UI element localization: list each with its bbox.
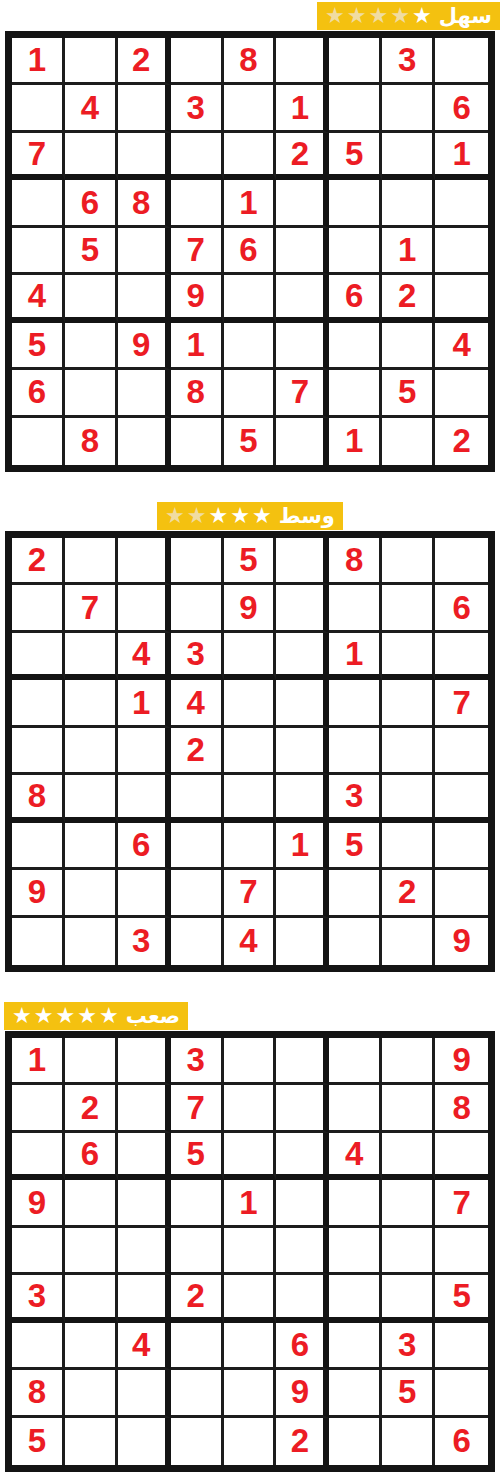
- sudoku-cell-hard-r2c3[interactable]: [118, 1085, 171, 1132]
- sudoku-cell-hard-r6c8[interactable]: [382, 1275, 435, 1322]
- sudoku-cell-hard-r9c4[interactable]: [171, 1418, 224, 1465]
- sudoku-cell-easy-r6c7[interactable]: 6: [329, 275, 382, 322]
- sudoku-cell-hard-r5c1[interactable]: [12, 1228, 65, 1275]
- sudoku-cell-hard-r6c5[interactable]: [224, 1275, 277, 1322]
- puzzle-easy: سهل ★★★★★ 128343167251681576149625914687…: [0, 2, 500, 472]
- sudoku-cell-medium-r2c5[interactable]: 9: [224, 585, 277, 632]
- sudoku-cell-hard-r3c2[interactable]: 6: [65, 1133, 118, 1180]
- sudoku-cell-easy-r8c4[interactable]: 8: [171, 370, 224, 417]
- sudoku-cell-hard-r9c8[interactable]: [382, 1418, 435, 1465]
- sudoku-cell-medium-r6c9[interactable]: [435, 775, 488, 822]
- star-empty-icon: ★: [325, 5, 345, 27]
- sudoku-cell-medium-r2c9[interactable]: 6: [435, 585, 488, 632]
- sudoku-cell-hard-r2c6[interactable]: [276, 1085, 329, 1132]
- sudoku-cell-easy-r9c6[interactable]: [276, 418, 329, 465]
- star-rating-easy: ★★★★★: [325, 5, 432, 27]
- sudoku-cell-medium-r2c3[interactable]: [118, 585, 171, 632]
- star-filled-icon: ★: [34, 1005, 54, 1027]
- sudoku-cell-medium-r1c5[interactable]: 5: [224, 538, 277, 585]
- sudoku-cell-hard-r1c4[interactable]: 3: [171, 1038, 224, 1085]
- sudoku-cell-easy-r1c5[interactable]: 8: [224, 38, 277, 85]
- sudoku-cell-easy-r1c9[interactable]: [435, 38, 488, 85]
- sudoku-cell-hard-r8c5[interactable]: [224, 1370, 277, 1417]
- sudoku-cell-easy-r5c6[interactable]: [276, 228, 329, 275]
- sudoku-cell-easy-r2c1[interactable]: [12, 85, 65, 132]
- sudoku-cell-easy-r7c2[interactable]: [65, 323, 118, 370]
- sudoku-sheet: سهل ★★★★★ 128343167251681576149625914687…: [0, 0, 500, 1472]
- sudoku-cell-easy-r6c9[interactable]: [435, 275, 488, 322]
- sudoku-cell-easy-r7c3[interactable]: 9: [118, 323, 171, 370]
- sudoku-cell-medium-r8c2[interactable]: [65, 870, 118, 917]
- sudoku-cell-medium-r6c3[interactable]: [118, 775, 171, 822]
- sudoku-cell-hard-r8c6[interactable]: 9: [276, 1370, 329, 1417]
- sudoku-cell-medium-r7c4[interactable]: [171, 823, 224, 870]
- sudoku-cell-easy-r2c3[interactable]: [118, 85, 171, 132]
- sudoku-cell-medium-r7c5[interactable]: [224, 823, 277, 870]
- sudoku-cell-hard-r1c9[interactable]: 9: [435, 1038, 488, 1085]
- sudoku-cell-medium-r5c1[interactable]: [12, 728, 65, 775]
- sudoku-cell-hard-r7c3[interactable]: 4: [118, 1323, 171, 1370]
- star-filled-icon: ★: [99, 1005, 119, 1027]
- sudoku-cell-easy-r8c9[interactable]: [435, 370, 488, 417]
- sudoku-cell-hard-r4c1[interactable]: 9: [12, 1180, 65, 1227]
- sudoku-cell-easy-r6c2[interactable]: [65, 275, 118, 322]
- sudoku-cell-easy-r1c2[interactable]: [65, 38, 118, 85]
- sudoku-cell-medium-r3c9[interactable]: [435, 633, 488, 680]
- sudoku-cell-medium-r7c2[interactable]: [65, 823, 118, 870]
- sudoku-cell-easy-r7c7[interactable]: [329, 323, 382, 370]
- sudoku-cell-hard-r4c6[interactable]: [276, 1180, 329, 1227]
- star-empty-icon: ★: [347, 5, 367, 27]
- sudoku-cell-easy-r6c4[interactable]: 9: [171, 275, 224, 322]
- sudoku-cell-easy-r6c1[interactable]: 4: [12, 275, 65, 322]
- difficulty-label-hard: صعب: [126, 1006, 180, 1027]
- sudoku-cell-medium-r5c4[interactable]: 2: [171, 728, 224, 775]
- sudoku-cell-easy-r2c6[interactable]: 1: [276, 85, 329, 132]
- sudoku-cell-hard-r4c5[interactable]: 1: [224, 1180, 277, 1227]
- sudoku-cell-hard-r3c3[interactable]: [118, 1133, 171, 1180]
- sudoku-cell-medium-r3c8[interactable]: [382, 633, 435, 680]
- sudoku-cell-easy-r3c3[interactable]: [118, 133, 171, 180]
- sudoku-cell-easy-r8c2[interactable]: [65, 370, 118, 417]
- sudoku-cell-easy-r3c2[interactable]: [65, 133, 118, 180]
- sudoku-cell-medium-r3c2[interactable]: [65, 633, 118, 680]
- sudoku-cell-hard-r7c4[interactable]: [171, 1323, 224, 1370]
- sudoku-cell-hard-r2c9[interactable]: 8: [435, 1085, 488, 1132]
- sudoku-cell-medium-r2c1[interactable]: [12, 585, 65, 632]
- sudoku-cell-hard-r1c5[interactable]: [224, 1038, 277, 1085]
- banner-row-easy: سهل ★★★★★: [0, 2, 500, 30]
- sudoku-cell-medium-r4c7[interactable]: [329, 680, 382, 727]
- sudoku-cell-easy-r8c1[interactable]: 6: [12, 370, 65, 417]
- sudoku-cell-hard-r3c7[interactable]: 4: [329, 1133, 382, 1180]
- sudoku-cell-easy-r9c3[interactable]: [118, 418, 171, 465]
- sudoku-cell-hard-r5c2[interactable]: [65, 1228, 118, 1275]
- sudoku-cell-easy-r7c1[interactable]: 5: [12, 323, 65, 370]
- sudoku-cell-hard-r3c4[interactable]: 5: [171, 1133, 224, 1180]
- sudoku-cell-hard-r5c7[interactable]: [329, 1228, 382, 1275]
- sudoku-cell-easy-r1c3[interactable]: 2: [118, 38, 171, 85]
- sudoku-cell-hard-r5c6[interactable]: [276, 1228, 329, 1275]
- sudoku-cell-easy-r4c3[interactable]: 8: [118, 180, 171, 227]
- sudoku-cell-hard-r7c1[interactable]: [12, 1323, 65, 1370]
- sudoku-cell-easy-r2c2[interactable]: 4: [65, 85, 118, 132]
- sudoku-cell-hard-r7c6[interactable]: 6: [276, 1323, 329, 1370]
- puzzle-hard: صعب ★★★★★ 139278654917325463895526: [0, 1002, 500, 1472]
- sudoku-cell-easy-r1c7[interactable]: [329, 38, 382, 85]
- sudoku-cell-medium-r9c9[interactable]: 9: [435, 918, 488, 965]
- sudoku-cell-hard-r8c9[interactable]: [435, 1370, 488, 1417]
- sudoku-cell-hard-r2c1[interactable]: [12, 1085, 65, 1132]
- sudoku-cell-hard-r3c6[interactable]: [276, 1133, 329, 1180]
- star-empty-icon: ★: [390, 5, 410, 27]
- difficulty-label-medium: وسط: [279, 506, 335, 527]
- sudoku-cell-hard-r4c4[interactable]: [171, 1180, 224, 1227]
- sudoku-cell-easy-r9c7[interactable]: 1: [329, 418, 382, 465]
- sudoku-cell-medium-r2c7[interactable]: [329, 585, 382, 632]
- sudoku-cell-hard-r9c6[interactable]: 2: [276, 1418, 329, 1465]
- sudoku-cell-hard-r4c7[interactable]: [329, 1180, 382, 1227]
- sudoku-cell-medium-r4c1[interactable]: [12, 680, 65, 727]
- sudoku-cell-hard-r6c2[interactable]: [65, 1275, 118, 1322]
- sudoku-cell-hard-r1c2[interactable]: [65, 1038, 118, 1085]
- sudoku-cell-medium-r7c8[interactable]: [382, 823, 435, 870]
- star-empty-icon: ★: [187, 505, 207, 527]
- banner-row-hard: صعب ★★★★★: [0, 1002, 500, 1030]
- sudoku-cell-hard-r5c3[interactable]: [118, 1228, 171, 1275]
- sudoku-cell-easy-r7c8[interactable]: [382, 323, 435, 370]
- sudoku-cell-easy-r3c9[interactable]: 1: [435, 133, 488, 180]
- sudoku-cell-hard-r6c6[interactable]: [276, 1275, 329, 1322]
- sudoku-cell-easy-r4c5[interactable]: 1: [224, 180, 277, 227]
- sudoku-cell-medium-r3c3[interactable]: 4: [118, 633, 171, 680]
- sudoku-cell-medium-r8c9[interactable]: [435, 870, 488, 917]
- sudoku-cell-easy-r4c7[interactable]: [329, 180, 382, 227]
- sudoku-cell-medium-r7c3[interactable]: 6: [118, 823, 171, 870]
- difficulty-label-easy: سهل: [439, 6, 492, 27]
- sudoku-cell-easy-r5c1[interactable]: [12, 228, 65, 275]
- sudoku-cell-hard-r5c5[interactable]: [224, 1228, 277, 1275]
- sudoku-cell-hard-r7c5[interactable]: [224, 1323, 277, 1370]
- sudoku-cell-easy-r9c8[interactable]: [382, 418, 435, 465]
- sudoku-cell-medium-r1c1[interactable]: 2: [12, 538, 65, 585]
- puzzle-medium: وسط ★★★★★ 258796431147283615972349: [0, 502, 500, 972]
- sudoku-cell-medium-r4c3[interactable]: 1: [118, 680, 171, 727]
- sudoku-cell-easy-r3c7[interactable]: 5: [329, 133, 382, 180]
- sudoku-cell-medium-r8c7[interactable]: [329, 870, 382, 917]
- sudoku-cell-easy-r6c3[interactable]: [118, 275, 171, 322]
- sudoku-cell-easy-r3c8[interactable]: [382, 133, 435, 180]
- star-empty-icon: ★: [369, 5, 389, 27]
- sudoku-cell-medium-r3c1[interactable]: [12, 633, 65, 680]
- sudoku-cell-hard-r5c8[interactable]: [382, 1228, 435, 1275]
- sudoku-cell-easy-r9c2[interactable]: 8: [65, 418, 118, 465]
- sudoku-cell-easy-r9c1[interactable]: [12, 418, 65, 465]
- sudoku-cell-hard-r6c7[interactable]: [329, 1275, 382, 1322]
- sudoku-cell-easy-r9c5[interactable]: 5: [224, 418, 277, 465]
- sudoku-cell-hard-r7c9[interactable]: [435, 1323, 488, 1370]
- sudoku-cell-medium-r5c5[interactable]: [224, 728, 277, 775]
- sudoku-cell-medium-r8c6[interactable]: [276, 870, 329, 917]
- sudoku-cell-hard-r8c2[interactable]: [65, 1370, 118, 1417]
- sudoku-cell-hard-r1c3[interactable]: [118, 1038, 171, 1085]
- sudoku-cell-hard-r4c2[interactable]: [65, 1180, 118, 1227]
- sudoku-cell-medium-r1c7[interactable]: 8: [329, 538, 382, 585]
- sudoku-cell-hard-r9c7[interactable]: [329, 1418, 382, 1465]
- sudoku-cell-easy-r8c3[interactable]: [118, 370, 171, 417]
- sudoku-cell-easy-r4c9[interactable]: [435, 180, 488, 227]
- sudoku-cell-medium-r6c5[interactable]: [224, 775, 277, 822]
- sudoku-cell-easy-r4c6[interactable]: [276, 180, 329, 227]
- sudoku-cell-hard-r5c9[interactable]: [435, 1228, 488, 1275]
- sudoku-cell-hard-r3c9[interactable]: [435, 1133, 488, 1180]
- sudoku-cell-medium-r4c6[interactable]: [276, 680, 329, 727]
- sudoku-cell-easy-r5c8[interactable]: 1: [382, 228, 435, 275]
- sudoku-cell-hard-r1c6[interactable]: [276, 1038, 329, 1085]
- sudoku-cell-medium-r3c7[interactable]: 1: [329, 633, 382, 680]
- sudoku-cell-medium-r6c8[interactable]: [382, 775, 435, 822]
- sudoku-cell-medium-r2c6[interactable]: [276, 585, 329, 632]
- sudoku-cell-easy-r5c4[interactable]: 7: [171, 228, 224, 275]
- sudoku-cell-medium-r8c4[interactable]: [171, 870, 224, 917]
- star-empty-icon: ★: [165, 505, 185, 527]
- sudoku-cell-medium-r1c4[interactable]: [171, 538, 224, 585]
- sudoku-cell-easy-r4c8[interactable]: [382, 180, 435, 227]
- sudoku-cell-medium-r8c1[interactable]: 9: [12, 870, 65, 917]
- sudoku-cell-hard-r7c2[interactable]: [65, 1323, 118, 1370]
- sudoku-cell-hard-r2c4[interactable]: 7: [171, 1085, 224, 1132]
- sudoku-cell-medium-r5c9[interactable]: [435, 728, 488, 775]
- sudoku-cell-hard-r8c1[interactable]: 8: [12, 1370, 65, 1417]
- sudoku-cell-easy-r4c4[interactable]: [171, 180, 224, 227]
- sudoku-cell-hard-r8c3[interactable]: [118, 1370, 171, 1417]
- star-rating-medium: ★★★★★: [165, 505, 272, 527]
- sudoku-cell-hard-r3c8[interactable]: [382, 1133, 435, 1180]
- sudoku-cell-medium-r1c9[interactable]: [435, 538, 488, 585]
- star-filled-icon: ★: [412, 5, 432, 27]
- sudoku-cell-easy-r2c9[interactable]: 6: [435, 85, 488, 132]
- sudoku-cell-easy-r5c5[interactable]: 6: [224, 228, 277, 275]
- sudoku-cell-easy-r5c3[interactable]: [118, 228, 171, 275]
- sudoku-cell-easy-r8c6[interactable]: 7: [276, 370, 329, 417]
- sudoku-cell-medium-r5c8[interactable]: [382, 728, 435, 775]
- sudoku-cell-easy-r4c1[interactable]: [12, 180, 65, 227]
- sudoku-cell-medium-r7c1[interactable]: [12, 823, 65, 870]
- sudoku-cell-hard-r2c5[interactable]: [224, 1085, 277, 1132]
- sudoku-cell-medium-r5c2[interactable]: [65, 728, 118, 775]
- sudoku-cell-hard-r2c2[interactable]: 2: [65, 1085, 118, 1132]
- difficulty-banner-medium: وسط ★★★★★: [157, 502, 343, 530]
- sudoku-cell-hard-r9c3[interactable]: [118, 1418, 171, 1465]
- sudoku-cell-hard-r8c7[interactable]: [329, 1370, 382, 1417]
- sudoku-cell-hard-r8c4[interactable]: [171, 1370, 224, 1417]
- sudoku-cell-medium-r9c1[interactable]: [12, 918, 65, 965]
- sudoku-grid-hard: 139278654917325463895526: [5, 1031, 495, 1472]
- star-filled-icon: ★: [55, 1005, 75, 1027]
- sudoku-cell-medium-r6c2[interactable]: [65, 775, 118, 822]
- sudoku-cell-medium-r9c3[interactable]: 3: [118, 918, 171, 965]
- sudoku-cell-easy-r3c1[interactable]: 7: [12, 133, 65, 180]
- difficulty-banner-easy: سهل ★★★★★: [317, 2, 500, 30]
- sudoku-cell-hard-r1c7[interactable]: [329, 1038, 382, 1085]
- sudoku-cell-hard-r9c1[interactable]: 5: [12, 1418, 65, 1465]
- sudoku-cell-medium-r7c9[interactable]: [435, 823, 488, 870]
- sudoku-cell-easy-r2c8[interactable]: [382, 85, 435, 132]
- sudoku-cell-medium-r3c6[interactable]: [276, 633, 329, 680]
- sudoku-cell-medium-r1c6[interactable]: [276, 538, 329, 585]
- sudoku-cell-hard-r2c8[interactable]: [382, 1085, 435, 1132]
- sudoku-cell-hard-r6c1[interactable]: 3: [12, 1275, 65, 1322]
- sudoku-cell-easy-r8c7[interactable]: [329, 370, 382, 417]
- sudoku-cell-hard-r2c7[interactable]: [329, 1085, 382, 1132]
- sudoku-cell-hard-r9c2[interactable]: [65, 1418, 118, 1465]
- sudoku-cell-medium-r9c6[interactable]: [276, 918, 329, 965]
- sudoku-cell-easy-r1c4[interactable]: [171, 38, 224, 85]
- sudoku-cell-hard-r9c9[interactable]: 6: [435, 1418, 488, 1465]
- sudoku-cell-easy-r1c6[interactable]: [276, 38, 329, 85]
- sudoku-cell-medium-r4c8[interactable]: [382, 680, 435, 727]
- sudoku-cell-easy-r1c8[interactable]: 3: [382, 38, 435, 85]
- sudoku-grid-medium: 258796431147283615972349: [5, 531, 495, 972]
- sudoku-cell-easy-r7c6[interactable]: [276, 323, 329, 370]
- sudoku-cell-hard-r7c8[interactable]: 3: [382, 1323, 435, 1370]
- sudoku-cell-easy-r9c9[interactable]: 2: [435, 418, 488, 465]
- sudoku-cell-easy-r8c5[interactable]: [224, 370, 277, 417]
- sudoku-cell-medium-r5c6[interactable]: [276, 728, 329, 775]
- sudoku-cell-medium-r9c4[interactable]: [171, 918, 224, 965]
- star-filled-icon: ★: [12, 1005, 32, 1027]
- sudoku-cell-easy-r3c5[interactable]: [224, 133, 277, 180]
- sudoku-cell-medium-r6c7[interactable]: 3: [329, 775, 382, 822]
- sudoku-cell-easy-r5c9[interactable]: [435, 228, 488, 275]
- sudoku-cell-easy-r3c4[interactable]: [171, 133, 224, 180]
- star-filled-icon: ★: [77, 1005, 97, 1027]
- star-filled-icon: ★: [252, 505, 272, 527]
- sudoku-cell-hard-r1c1[interactable]: 1: [12, 1038, 65, 1085]
- sudoku-cell-medium-r9c7[interactable]: [329, 918, 382, 965]
- star-filled-icon: ★: [209, 505, 229, 527]
- sudoku-cell-easy-r4c2[interactable]: 6: [65, 180, 118, 227]
- sudoku-cell-hard-r3c1[interactable]: [12, 1133, 65, 1180]
- sudoku-cell-medium-r8c3[interactable]: [118, 870, 171, 917]
- sudoku-cell-medium-r5c3[interactable]: [118, 728, 171, 775]
- sudoku-cell-easy-r9c4[interactable]: [171, 418, 224, 465]
- sudoku-cell-medium-r2c2[interactable]: 7: [65, 585, 118, 632]
- sudoku-cell-medium-r1c2[interactable]: [65, 538, 118, 585]
- sudoku-cell-medium-r9c8[interactable]: [382, 918, 435, 965]
- sudoku-cell-easy-r7c4[interactable]: 1: [171, 323, 224, 370]
- sudoku-cell-medium-r2c8[interactable]: [382, 585, 435, 632]
- sudoku-cell-medium-r8c8[interactable]: 2: [382, 870, 435, 917]
- sudoku-cell-easy-r2c5[interactable]: [224, 85, 277, 132]
- difficulty-banner-hard: صعب ★★★★★: [4, 1002, 188, 1030]
- sudoku-cell-medium-r1c3[interactable]: [118, 538, 171, 585]
- sudoku-cell-easy-r2c4[interactable]: 3: [171, 85, 224, 132]
- sudoku-cell-hard-r9c5[interactable]: [224, 1418, 277, 1465]
- sudoku-cell-easy-r3c6[interactable]: 2: [276, 133, 329, 180]
- sudoku-cell-medium-r7c6[interactable]: 1: [276, 823, 329, 870]
- sudoku-cell-easy-r2c7[interactable]: [329, 85, 382, 132]
- sudoku-cell-medium-r6c6[interactable]: [276, 775, 329, 822]
- sudoku-cell-medium-r4c9[interactable]: 7: [435, 680, 488, 727]
- sudoku-cell-easy-r6c8[interactable]: 2: [382, 275, 435, 322]
- sudoku-cell-hard-r4c9[interactable]: 7: [435, 1180, 488, 1227]
- sudoku-cell-medium-r4c2[interactable]: [65, 680, 118, 727]
- sudoku-cell-easy-r7c9[interactable]: 4: [435, 323, 488, 370]
- sudoku-cell-easy-r5c2[interactable]: 5: [65, 228, 118, 275]
- sudoku-cell-hard-r1c8[interactable]: [382, 1038, 435, 1085]
- star-rating-hard: ★★★★★: [12, 1005, 119, 1027]
- sudoku-cell-medium-r6c1[interactable]: 8: [12, 775, 65, 822]
- sudoku-cell-medium-r3c5[interactable]: [224, 633, 277, 680]
- sudoku-cell-hard-r6c3[interactable]: [118, 1275, 171, 1322]
- sudoku-cell-hard-r6c4[interactable]: 2: [171, 1275, 224, 1322]
- sudoku-cell-easy-r7c5[interactable]: [224, 323, 277, 370]
- sudoku-cell-easy-r1c1[interactable]: 1: [12, 38, 65, 85]
- sudoku-cell-medium-r9c5[interactable]: 4: [224, 918, 277, 965]
- sudoku-cell-medium-r6c4[interactable]: [171, 775, 224, 822]
- sudoku-cell-easy-r8c8[interactable]: 5: [382, 370, 435, 417]
- sudoku-cell-easy-r6c6[interactable]: [276, 275, 329, 322]
- sudoku-cell-medium-r8c5[interactable]: 7: [224, 870, 277, 917]
- sudoku-cell-medium-r9c2[interactable]: [65, 918, 118, 965]
- sudoku-cell-hard-r5c4[interactable]: [171, 1228, 224, 1275]
- sudoku-cell-hard-r7c7[interactable]: [329, 1323, 382, 1370]
- sudoku-cell-hard-r3c5[interactable]: [224, 1133, 277, 1180]
- sudoku-cell-hard-r4c3[interactable]: [118, 1180, 171, 1227]
- sudoku-cell-medium-r4c5[interactable]: [224, 680, 277, 727]
- sudoku-cell-medium-r5c7[interactable]: [329, 728, 382, 775]
- sudoku-cell-hard-r6c9[interactable]: 5: [435, 1275, 488, 1322]
- sudoku-cell-hard-r8c8[interactable]: 5: [382, 1370, 435, 1417]
- star-filled-icon: ★: [230, 505, 250, 527]
- sudoku-cell-medium-r1c8[interactable]: [382, 538, 435, 585]
- sudoku-cell-hard-r4c8[interactable]: [382, 1180, 435, 1227]
- sudoku-cell-medium-r3c4[interactable]: 3: [171, 633, 224, 680]
- sudoku-cell-easy-r6c5[interactable]: [224, 275, 277, 322]
- sudoku-cell-medium-r4c4[interactable]: 4: [171, 680, 224, 727]
- sudoku-cell-medium-r7c7[interactable]: 5: [329, 823, 382, 870]
- sudoku-cell-medium-r2c4[interactable]: [171, 585, 224, 632]
- sudoku-grid-easy: 12834316725168157614962591468758512: [5, 31, 495, 472]
- sudoku-cell-easy-r5c7[interactable]: [329, 228, 382, 275]
- banner-row-medium: وسط ★★★★★: [0, 502, 500, 530]
